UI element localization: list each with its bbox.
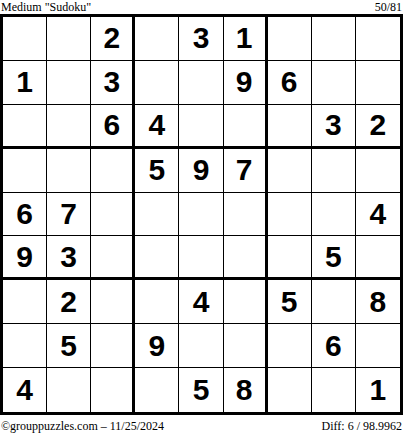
cell-r3c8[interactable]: 3 (312, 105, 356, 149)
sudoku-board: 2311396643259767493524585964581 (0, 14, 403, 415)
cell-r6c4[interactable] (135, 236, 179, 280)
cell-r1c1[interactable] (3, 17, 47, 61)
cell-r4c3[interactable] (91, 149, 135, 193)
cell-r2c7[interactable]: 6 (268, 61, 312, 105)
cell-r9c3[interactable] (91, 368, 135, 412)
cell-r7c9[interactable]: 8 (356, 280, 400, 324)
cell-r7c6[interactable] (224, 280, 268, 324)
cell-r7c5[interactable]: 4 (179, 280, 223, 324)
cell-r2c1[interactable]: 1 (3, 61, 47, 105)
cell-r7c7[interactable]: 5 (268, 280, 312, 324)
sudoku-page: Medium "Sudoku" 50/81 231139664325976749… (0, 0, 403, 437)
cell-r8c2[interactable]: 5 (47, 324, 91, 368)
cell-r6c2[interactable]: 3 (47, 236, 91, 280)
cell-r9c1[interactable]: 4 (3, 368, 47, 412)
cell-r8c8[interactable]: 6 (312, 324, 356, 368)
cell-r5c9[interactable]: 4 (356, 193, 400, 237)
cell-r2c9[interactable] (356, 61, 400, 105)
cell-r3c2[interactable] (47, 105, 91, 149)
cell-r3c5[interactable] (179, 105, 223, 149)
cell-r7c2[interactable]: 2 (47, 280, 91, 324)
cell-r3c7[interactable] (268, 105, 312, 149)
header: Medium "Sudoku" 50/81 (0, 0, 403, 14)
cell-r2c3[interactable]: 3 (91, 61, 135, 105)
cell-r1c4[interactable] (135, 17, 179, 61)
cell-count: 50/81 (375, 1, 402, 14)
cell-r3c1[interactable] (3, 105, 47, 149)
page-title: Medium "Sudoku" (1, 1, 91, 14)
cell-r8c3[interactable] (91, 324, 135, 368)
cell-r1c5[interactable]: 3 (179, 17, 223, 61)
cell-r4c8[interactable] (312, 149, 356, 193)
cell-r6c1[interactable]: 9 (3, 236, 47, 280)
cell-r5c4[interactable] (135, 193, 179, 237)
cell-r9c4[interactable] (135, 368, 179, 412)
cell-r6c6[interactable] (224, 236, 268, 280)
cell-r9c5[interactable]: 5 (179, 368, 223, 412)
cell-r5c5[interactable] (179, 193, 223, 237)
cell-r1c8[interactable] (312, 17, 356, 61)
cell-r3c6[interactable] (224, 105, 268, 149)
cell-r5c6[interactable] (224, 193, 268, 237)
cell-r4c2[interactable] (47, 149, 91, 193)
cell-r6c7[interactable] (268, 236, 312, 280)
cell-r5c7[interactable] (268, 193, 312, 237)
cell-r8c5[interactable] (179, 324, 223, 368)
cell-r1c9[interactable] (356, 17, 400, 61)
difficulty-text: Diff: 6 / 98.9962 (322, 419, 402, 433)
cell-r6c8[interactable]: 5 (312, 236, 356, 280)
cell-r1c6[interactable]: 1 (224, 17, 268, 61)
cell-r4c9[interactable] (356, 149, 400, 193)
cell-r9c9[interactable]: 1 (356, 368, 400, 412)
footer: ©grouppuzzles.com – 11/25/2024 Diff: 6 /… (0, 415, 403, 437)
cell-r4c1[interactable] (3, 149, 47, 193)
cell-r7c1[interactable] (3, 280, 47, 324)
cell-r4c7[interactable] (268, 149, 312, 193)
cell-r2c5[interactable] (179, 61, 223, 105)
cell-r1c3[interactable]: 2 (91, 17, 135, 61)
cell-r2c2[interactable] (47, 61, 91, 105)
cell-r1c2[interactable] (47, 17, 91, 61)
cell-r8c6[interactable] (224, 324, 268, 368)
cell-r8c4[interactable]: 9 (135, 324, 179, 368)
cell-r5c8[interactable] (312, 193, 356, 237)
cell-r3c4[interactable]: 4 (135, 105, 179, 149)
cell-r6c3[interactable] (91, 236, 135, 280)
cell-r7c8[interactable] (312, 280, 356, 324)
cell-r7c4[interactable] (135, 280, 179, 324)
cell-r8c9[interactable] (356, 324, 400, 368)
cell-r2c8[interactable] (312, 61, 356, 105)
cell-r9c2[interactable] (47, 368, 91, 412)
cell-r6c5[interactable] (179, 236, 223, 280)
cell-r1c7[interactable] (268, 17, 312, 61)
cell-r9c7[interactable] (268, 368, 312, 412)
cell-r6c9[interactable] (356, 236, 400, 280)
cell-r8c1[interactable] (3, 324, 47, 368)
cell-r5c1[interactable]: 6 (3, 193, 47, 237)
cell-r3c3[interactable]: 6 (91, 105, 135, 149)
cell-r5c2[interactable]: 7 (47, 193, 91, 237)
cell-r2c4[interactable] (135, 61, 179, 105)
copyright-text: ©grouppuzzles.com – 11/25/2024 (1, 419, 164, 433)
cell-r5c3[interactable] (91, 193, 135, 237)
cell-r9c6[interactable]: 8 (224, 368, 268, 412)
cell-r2c6[interactable]: 9 (224, 61, 268, 105)
cell-r4c5[interactable]: 9 (179, 149, 223, 193)
cell-r3c9[interactable]: 2 (356, 105, 400, 149)
cell-r4c6[interactable]: 7 (224, 149, 268, 193)
cell-r9c8[interactable] (312, 368, 356, 412)
cell-r4c4[interactable]: 5 (135, 149, 179, 193)
cell-r7c3[interactable] (91, 280, 135, 324)
cell-r8c7[interactable] (268, 324, 312, 368)
